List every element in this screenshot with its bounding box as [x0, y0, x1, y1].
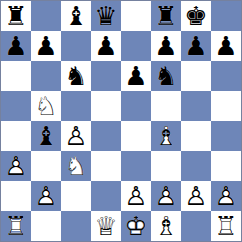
piece-white-queen-outline-icon: ♕ — [91, 211, 121, 241]
square-b6[interactable] — [31, 61, 61, 91]
square-g7[interactable]: ♟ — [181, 31, 211, 61]
piece-white-knight-icon: ♞ — [31, 91, 61, 121]
square-f1[interactable]: ♝♗ — [151, 211, 181, 241]
square-a4[interactable] — [1, 121, 31, 151]
square-f6[interactable]: ♞ — [151, 61, 181, 91]
piece-black-pawn-icon: ♟ — [31, 31, 61, 61]
square-e4[interactable] — [121, 121, 151, 151]
square-f7[interactable]: ♟ — [151, 31, 181, 61]
square-g3[interactable] — [181, 151, 211, 181]
piece-white-pawn-outline-icon: ♙ — [121, 181, 151, 211]
square-h4[interactable] — [211, 121, 241, 151]
piece-white-rook-outline-icon: ♖ — [211, 211, 241, 241]
piece-white-bishop-icon: ♝ — [151, 121, 181, 151]
piece-black-knight-icon: ♞ — [151, 61, 181, 91]
piece-white-knight-icon: ♞ — [61, 151, 91, 181]
square-g6[interactable] — [181, 61, 211, 91]
square-f5[interactable] — [151, 91, 181, 121]
square-c7[interactable] — [61, 31, 91, 61]
square-f2[interactable]: ♟♙ — [151, 181, 181, 211]
square-h5[interactable] — [211, 91, 241, 121]
piece-black-rook-icon: ♜ — [1, 1, 31, 31]
square-d8[interactable]: ♛ — [91, 1, 121, 31]
square-b4[interactable]: ♝ — [31, 121, 61, 151]
piece-black-rook-icon: ♜ — [151, 1, 181, 31]
square-h1[interactable]: ♜♖ — [211, 211, 241, 241]
square-h6[interactable] — [211, 61, 241, 91]
piece-white-pawn-icon: ♟ — [61, 121, 91, 151]
piece-white-pawn-icon: ♟ — [151, 181, 181, 211]
square-d6[interactable] — [91, 61, 121, 91]
piece-white-pawn-outline-icon: ♙ — [151, 181, 181, 211]
square-a2[interactable] — [1, 181, 31, 211]
square-e3[interactable] — [121, 151, 151, 181]
square-e7[interactable] — [121, 31, 151, 61]
piece-black-pawn-icon: ♟ — [1, 31, 31, 61]
piece-black-bishop-icon: ♝ — [31, 121, 61, 151]
piece-white-king-icon: ♚ — [121, 211, 151, 241]
piece-white-pawn-outline-icon: ♙ — [1, 151, 31, 181]
square-h2[interactable]: ♟♙ — [211, 181, 241, 211]
piece-white-rook-icon: ♜ — [211, 211, 241, 241]
piece-black-knight-icon: ♞ — [61, 61, 91, 91]
piece-white-knight-outline-icon: ♘ — [61, 151, 91, 181]
square-g5[interactable] — [181, 91, 211, 121]
square-g1[interactable] — [181, 211, 211, 241]
square-f3[interactable] — [151, 151, 181, 181]
square-b5[interactable]: ♞♘ — [31, 91, 61, 121]
piece-white-bishop-outline-icon: ♗ — [151, 211, 181, 241]
piece-white-bishop-outline-icon: ♗ — [151, 121, 181, 151]
piece-white-pawn-outline-icon: ♙ — [61, 121, 91, 151]
square-b1[interactable] — [31, 211, 61, 241]
piece-white-queen-icon: ♛ — [91, 211, 121, 241]
square-h3[interactable] — [211, 151, 241, 181]
piece-white-pawn-icon: ♟ — [121, 181, 151, 211]
square-g8[interactable]: ♚ — [181, 1, 211, 31]
square-c4[interactable]: ♟♙ — [61, 121, 91, 151]
square-a1[interactable]: ♜♖ — [1, 211, 31, 241]
square-d4[interactable] — [91, 121, 121, 151]
square-g4[interactable] — [181, 121, 211, 151]
square-g2[interactable]: ♟♙ — [181, 181, 211, 211]
piece-white-knight-outline-icon: ♘ — [31, 91, 61, 121]
square-d7[interactable]: ♟ — [91, 31, 121, 61]
square-b3[interactable] — [31, 151, 61, 181]
piece-white-rook-outline-icon: ♖ — [1, 211, 31, 241]
piece-white-pawn-icon: ♟ — [181, 181, 211, 211]
piece-black-pawn-icon: ♟ — [151, 31, 181, 61]
square-a7[interactable]: ♟ — [1, 31, 31, 61]
piece-black-king-icon: ♚ — [181, 1, 211, 31]
piece-white-king-outline-icon: ♔ — [121, 211, 151, 241]
piece-white-pawn-outline-icon: ♙ — [211, 181, 241, 211]
square-c2[interactable] — [61, 181, 91, 211]
piece-white-pawn-icon: ♟ — [211, 181, 241, 211]
piece-black-pawn-icon: ♟ — [121, 61, 151, 91]
square-f8[interactable]: ♜ — [151, 1, 181, 31]
square-d2[interactable] — [91, 181, 121, 211]
piece-white-bishop-icon: ♝ — [151, 211, 181, 241]
piece-black-queen-icon: ♛ — [91, 1, 121, 31]
piece-white-rook-icon: ♜ — [1, 211, 31, 241]
chess-board: ♜♝♛♜♚♟♟♟♟♟♟♞♟♞♞♘♝♟♙♝♗♟♙♞♘♟♙♟♙♟♙♟♙♟♙♜♖♛♕♚… — [0, 0, 242, 242]
square-c6[interactable]: ♞ — [61, 61, 91, 91]
square-c3[interactable]: ♞♘ — [61, 151, 91, 181]
piece-black-pawn-icon: ♟ — [91, 31, 121, 61]
piece-black-bishop-icon: ♝ — [61, 1, 91, 31]
square-c5[interactable] — [61, 91, 91, 121]
square-d3[interactable] — [91, 151, 121, 181]
piece-white-pawn-icon: ♟ — [31, 181, 61, 211]
square-a6[interactable] — [1, 61, 31, 91]
square-d1[interactable]: ♛♕ — [91, 211, 121, 241]
square-a5[interactable] — [1, 91, 31, 121]
square-b8[interactable] — [31, 1, 61, 31]
square-d5[interactable] — [91, 91, 121, 121]
piece-black-pawn-icon: ♟ — [181, 31, 211, 61]
square-a3[interactable]: ♟♙ — [1, 151, 31, 181]
piece-white-pawn-icon: ♟ — [1, 151, 31, 181]
square-c1[interactable] — [61, 211, 91, 241]
piece-white-pawn-outline-icon: ♙ — [181, 181, 211, 211]
square-a8[interactable]: ♜ — [1, 1, 31, 31]
piece-black-pawn-icon: ♟ — [211, 31, 241, 61]
square-f4[interactable]: ♝♗ — [151, 121, 181, 151]
square-e5[interactable] — [121, 91, 151, 121]
square-b2[interactable]: ♟♙ — [31, 181, 61, 211]
square-e8[interactable] — [121, 1, 151, 31]
square-h7[interactable]: ♟ — [211, 31, 241, 61]
square-e2[interactable]: ♟♙ — [121, 181, 151, 211]
piece-white-pawn-outline-icon: ♙ — [31, 181, 61, 211]
square-e6[interactable]: ♟ — [121, 61, 151, 91]
square-e1[interactable]: ♚♔ — [121, 211, 151, 241]
square-b7[interactable]: ♟ — [31, 31, 61, 61]
square-h8[interactable] — [211, 1, 241, 31]
square-c8[interactable]: ♝ — [61, 1, 91, 31]
